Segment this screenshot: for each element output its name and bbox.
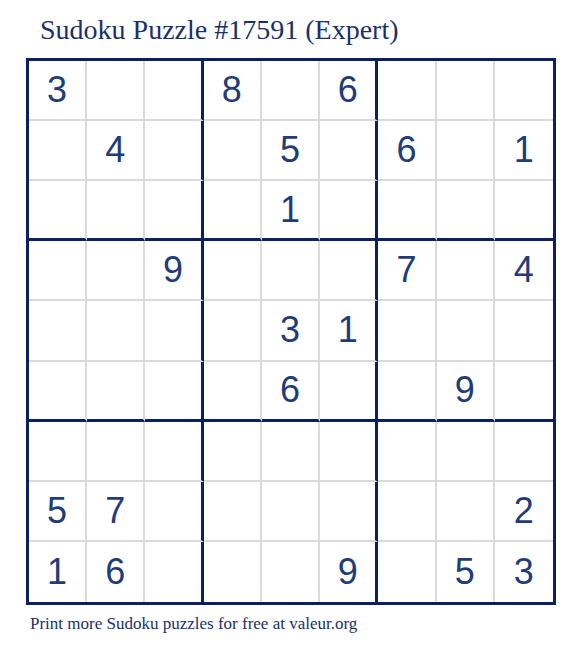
cell-r5c3-empty bbox=[145, 301, 203, 361]
cell-r6c9-empty bbox=[495, 362, 553, 422]
cell-r9c9-given: 3 bbox=[495, 542, 553, 602]
cell-r7c2-empty bbox=[87, 422, 145, 482]
cell-r3c4-empty bbox=[204, 181, 262, 241]
cell-r8c9-given: 2 bbox=[495, 482, 553, 542]
cell-r4c8-empty bbox=[437, 241, 495, 301]
cell-r6c3-empty bbox=[145, 362, 203, 422]
cell-r9c3-empty bbox=[145, 542, 203, 602]
cell-r4c1-empty bbox=[29, 241, 87, 301]
cell-r1c4-given: 8 bbox=[204, 61, 262, 121]
cell-r6c1-empty bbox=[29, 362, 87, 422]
cell-r8c7-empty bbox=[378, 482, 436, 542]
cell-r1c5-empty bbox=[262, 61, 320, 121]
cell-r3c9-empty bbox=[495, 181, 553, 241]
cell-r2c5-given: 5 bbox=[262, 121, 320, 181]
cell-r2c8-empty bbox=[437, 121, 495, 181]
cell-r1c3-empty bbox=[145, 61, 203, 121]
cell-r2c1-empty bbox=[29, 121, 87, 181]
cell-r7c9-empty bbox=[495, 422, 553, 482]
cell-r8c1-given: 5 bbox=[29, 482, 87, 542]
sudoku-grid: 38645611974316957216953 bbox=[26, 58, 556, 605]
cell-r5c5-given: 3 bbox=[262, 301, 320, 361]
cell-r1c6-given: 6 bbox=[320, 61, 378, 121]
cell-r2c6-empty bbox=[320, 121, 378, 181]
cell-r6c6-empty bbox=[320, 362, 378, 422]
cell-r3c7-empty bbox=[378, 181, 436, 241]
cell-r8c6-empty bbox=[320, 482, 378, 542]
cell-r9c7-empty bbox=[378, 542, 436, 602]
cell-r8c5-empty bbox=[262, 482, 320, 542]
cell-r2c7-given: 6 bbox=[378, 121, 436, 181]
cell-r3c5-given: 1 bbox=[262, 181, 320, 241]
cell-r4c4-empty bbox=[204, 241, 262, 301]
cell-r7c5-empty bbox=[262, 422, 320, 482]
page-title: Sudoku Puzzle #17591 (Expert) bbox=[40, 14, 399, 46]
cell-r9c5-empty bbox=[262, 542, 320, 602]
cell-r1c2-empty bbox=[87, 61, 145, 121]
cell-r5c7-empty bbox=[378, 301, 436, 361]
cell-r8c3-empty bbox=[145, 482, 203, 542]
cell-r1c9-empty bbox=[495, 61, 553, 121]
cell-r1c1-given: 3 bbox=[29, 61, 87, 121]
cell-r9c4-empty bbox=[204, 542, 262, 602]
cell-r2c3-empty bbox=[145, 121, 203, 181]
cell-r4c2-empty bbox=[87, 241, 145, 301]
cell-r7c4-empty bbox=[204, 422, 262, 482]
cell-r5c4-empty bbox=[204, 301, 262, 361]
cell-r3c6-empty bbox=[320, 181, 378, 241]
cell-r8c8-empty bbox=[437, 482, 495, 542]
cell-r7c6-empty bbox=[320, 422, 378, 482]
footer-text: Print more Sudoku puzzles for free at va… bbox=[30, 614, 357, 634]
cell-r6c4-empty bbox=[204, 362, 262, 422]
cell-r1c8-empty bbox=[437, 61, 495, 121]
cell-r6c7-empty bbox=[378, 362, 436, 422]
cell-r2c9-given: 1 bbox=[495, 121, 553, 181]
cell-r9c6-given: 9 bbox=[320, 542, 378, 602]
cell-r5c8-empty bbox=[437, 301, 495, 361]
cell-r9c8-given: 5 bbox=[437, 542, 495, 602]
cell-r7c7-empty bbox=[378, 422, 436, 482]
cell-r7c1-empty bbox=[29, 422, 87, 482]
cell-r5c6-given: 1 bbox=[320, 301, 378, 361]
cell-r2c2-given: 4 bbox=[87, 121, 145, 181]
cell-r4c3-given: 9 bbox=[145, 241, 203, 301]
cell-r9c2-given: 6 bbox=[87, 542, 145, 602]
cell-r4c6-empty bbox=[320, 241, 378, 301]
cell-r5c2-empty bbox=[87, 301, 145, 361]
cell-r7c8-empty bbox=[437, 422, 495, 482]
cell-r3c3-empty bbox=[145, 181, 203, 241]
cell-r8c4-empty bbox=[204, 482, 262, 542]
sudoku-page: Sudoku Puzzle #17591 (Expert) 3864561197… bbox=[0, 0, 580, 651]
cell-r6c8-given: 9 bbox=[437, 362, 495, 422]
cell-r8c2-given: 7 bbox=[87, 482, 145, 542]
cell-r9c1-given: 1 bbox=[29, 542, 87, 602]
cell-r3c1-empty bbox=[29, 181, 87, 241]
cell-r2c4-empty bbox=[204, 121, 262, 181]
cell-r5c9-empty bbox=[495, 301, 553, 361]
cell-r6c2-empty bbox=[87, 362, 145, 422]
cell-r4c5-empty bbox=[262, 241, 320, 301]
cell-r4c7-given: 7 bbox=[378, 241, 436, 301]
cell-r6c5-given: 6 bbox=[262, 362, 320, 422]
cell-r7c3-empty bbox=[145, 422, 203, 482]
cell-r4c9-given: 4 bbox=[495, 241, 553, 301]
cell-r3c8-empty bbox=[437, 181, 495, 241]
cell-r3c2-empty bbox=[87, 181, 145, 241]
cell-r5c1-empty bbox=[29, 301, 87, 361]
cell-r1c7-empty bbox=[378, 61, 436, 121]
